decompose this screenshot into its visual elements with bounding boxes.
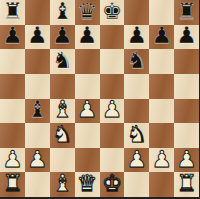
square-g5[interactable]	[149, 74, 174, 99]
square-b6[interactable]	[25, 49, 50, 74]
square-g4[interactable]	[149, 99, 174, 124]
square-a6[interactable]	[0, 49, 25, 74]
square-d5[interactable]	[75, 74, 100, 99]
square-f4[interactable]	[124, 99, 149, 124]
square-d6[interactable]	[75, 49, 100, 74]
piece-black-knight: ♞	[52, 49, 73, 72]
piece-white-queen: ♛	[77, 172, 98, 195]
piece-black-rook: ♜	[176, 0, 197, 23]
piece-white-knight: ♞	[52, 123, 73, 146]
square-c1[interactable]: ♝	[50, 172, 75, 197]
piece-black-pawn: ♟	[27, 25, 48, 48]
piece-white-pawn: ♟	[2, 148, 23, 171]
piece-black-pawn: ♟	[77, 25, 98, 48]
square-f8[interactable]	[124, 0, 149, 25]
square-b7[interactable]: ♟	[25, 25, 50, 50]
square-g7[interactable]: ♟	[149, 25, 174, 50]
square-d7[interactable]: ♟	[75, 25, 100, 50]
chess-board: ♜♝♛♚♜♟♟♟♟♟♟♟♞♞♝♝♟♟♞♞♟♟♟♟♟♜♝♛♚♜	[0, 0, 200, 199]
piece-white-pawn: ♟	[127, 148, 148, 171]
square-h1[interactable]: ♜	[174, 172, 199, 197]
square-e4[interactable]: ♟	[100, 99, 125, 124]
square-c6[interactable]: ♞	[50, 49, 75, 74]
square-f1[interactable]	[124, 172, 149, 197]
square-g1[interactable]	[149, 172, 174, 197]
square-e8[interactable]: ♚	[100, 0, 125, 25]
piece-black-pawn: ♟	[176, 25, 197, 48]
piece-white-pawn: ♟	[27, 148, 48, 171]
square-c2[interactable]	[50, 148, 75, 173]
square-c3[interactable]: ♞	[50, 123, 75, 148]
square-d8[interactable]: ♛	[75, 0, 100, 25]
square-a1[interactable]: ♜	[0, 172, 25, 197]
square-e2[interactable]	[100, 148, 125, 173]
piece-black-queen: ♛	[77, 0, 98, 23]
square-e1[interactable]: ♚	[100, 172, 125, 197]
square-g2[interactable]: ♟	[149, 148, 174, 173]
square-b3[interactable]	[25, 123, 50, 148]
square-h3[interactable]	[174, 123, 199, 148]
piece-black-knight: ♞	[127, 49, 148, 72]
square-a5[interactable]	[0, 74, 25, 99]
square-b5[interactable]	[25, 74, 50, 99]
square-e7[interactable]	[100, 25, 125, 50]
square-f3[interactable]: ♞	[124, 123, 149, 148]
piece-black-pawn: ♟	[52, 25, 73, 48]
square-h7[interactable]: ♟	[174, 25, 199, 50]
piece-white-pawn: ♟	[77, 99, 98, 122]
piece-white-king: ♚	[102, 172, 123, 195]
piece-black-bishop: ♝	[52, 0, 73, 23]
square-d4[interactable]: ♟	[75, 99, 100, 124]
piece-black-king: ♚	[102, 0, 123, 23]
square-f5[interactable]	[124, 74, 149, 99]
square-a8[interactable]: ♜	[0, 0, 25, 25]
square-e3[interactable]	[100, 123, 125, 148]
square-g6[interactable]	[149, 49, 174, 74]
square-d1[interactable]: ♛	[75, 172, 100, 197]
square-h2[interactable]: ♟	[174, 148, 199, 173]
square-a3[interactable]	[0, 123, 25, 148]
square-d2[interactable]	[75, 148, 100, 173]
square-a2[interactable]: ♟	[0, 148, 25, 173]
piece-white-bishop: ♝	[52, 172, 73, 195]
square-b1[interactable]	[25, 172, 50, 197]
square-b4[interactable]: ♝	[25, 99, 50, 124]
square-h6[interactable]	[174, 49, 199, 74]
square-c8[interactable]: ♝	[50, 0, 75, 25]
square-h5[interactable]	[174, 74, 199, 99]
chess-diagram: ♜♝♛♚♜♟♟♟♟♟♟♟♞♞♝♝♟♟♞♞♟♟♟♟♟♜♝♛♚♜	[0, 0, 200, 199]
square-a7[interactable]: ♟	[0, 25, 25, 50]
piece-black-rook: ♜	[2, 0, 23, 23]
piece-white-pawn: ♟	[151, 148, 172, 171]
square-g3[interactable]	[149, 123, 174, 148]
square-f2[interactable]: ♟	[124, 148, 149, 173]
square-c5[interactable]	[50, 74, 75, 99]
square-e6[interactable]	[100, 49, 125, 74]
square-f6[interactable]: ♞	[124, 49, 149, 74]
piece-white-rook: ♜	[2, 172, 23, 195]
square-g8[interactable]	[149, 0, 174, 25]
piece-black-pawn: ♟	[151, 25, 172, 48]
square-f7[interactable]: ♟	[124, 25, 149, 50]
square-a4[interactable]	[0, 99, 25, 124]
square-h8[interactable]: ♜	[174, 0, 199, 25]
square-b2[interactable]: ♟	[25, 148, 50, 173]
piece-white-rook: ♜	[176, 172, 197, 195]
piece-black-bishop: ♝	[27, 99, 48, 122]
square-c4[interactable]: ♝	[50, 99, 75, 124]
piece-white-pawn: ♟	[102, 99, 123, 122]
piece-white-knight: ♞	[127, 123, 148, 146]
square-h4[interactable]	[174, 99, 199, 124]
square-e5[interactable]	[100, 74, 125, 99]
piece-white-bishop: ♝	[52, 99, 73, 122]
piece-black-pawn: ♟	[127, 25, 148, 48]
piece-black-pawn: ♟	[2, 25, 23, 48]
square-c7[interactable]: ♟	[50, 25, 75, 50]
square-b8[interactable]	[25, 0, 50, 25]
square-d3[interactable]	[75, 123, 100, 148]
piece-white-pawn: ♟	[176, 148, 197, 171]
